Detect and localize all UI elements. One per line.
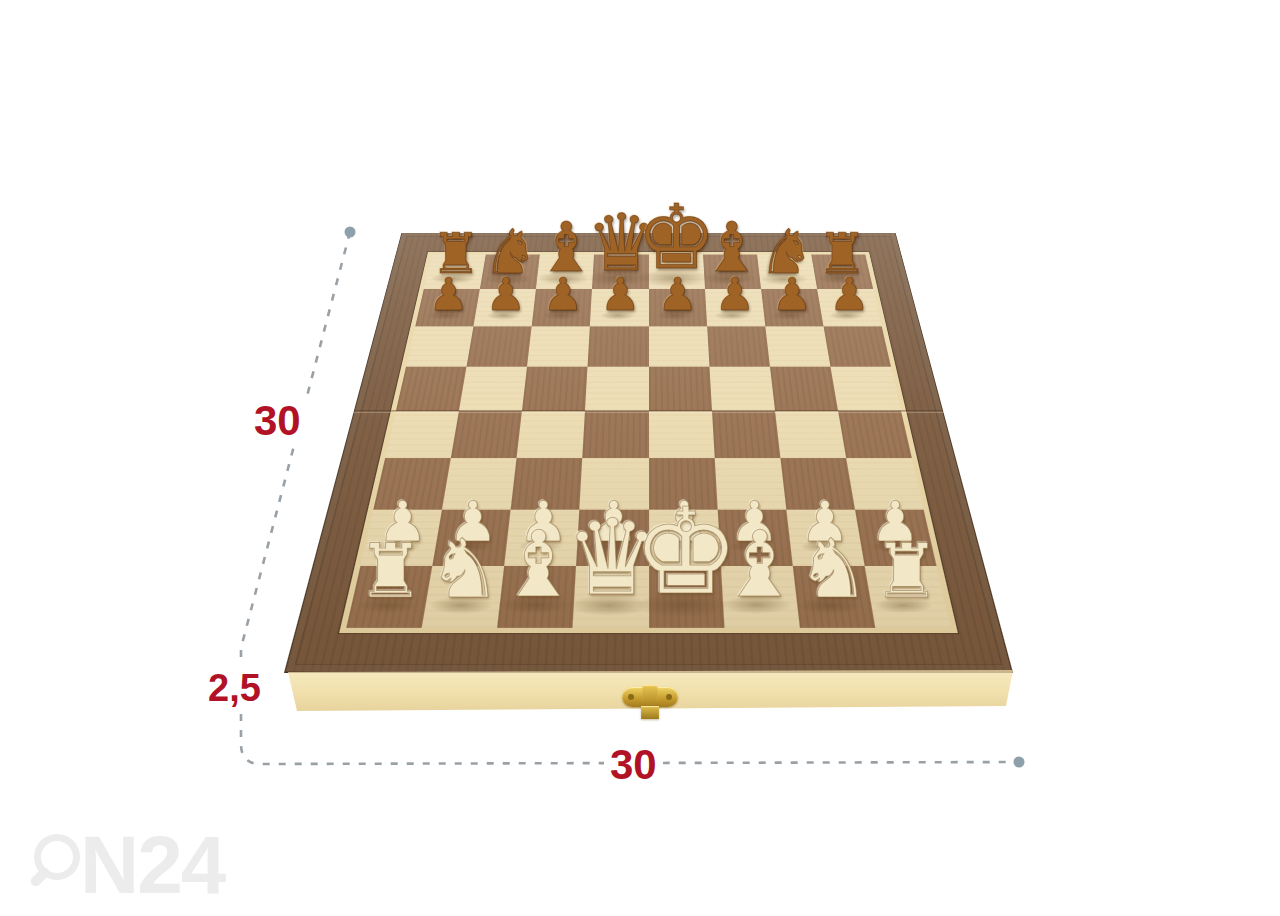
square-g7	[761, 289, 824, 326]
square-f2	[717, 509, 792, 565]
board-3d-wrapper	[354, 116, 943, 705]
square-h7	[817, 289, 882, 326]
square-c4	[517, 411, 586, 458]
clasp-latch-tab	[641, 706, 659, 719]
dimension-label-thickness: 2,5	[202, 666, 267, 711]
square-e5	[649, 367, 712, 411]
square-h4	[838, 411, 912, 458]
square-c5	[522, 367, 588, 411]
dimension-dot	[1014, 757, 1025, 768]
square-c6	[527, 327, 590, 367]
watermark-text: N24	[80, 818, 224, 912]
square-a7	[415, 289, 480, 326]
square-f8	[703, 255, 761, 290]
square-f4	[712, 411, 781, 458]
square-f1	[721, 566, 800, 628]
square-h3	[846, 458, 924, 510]
square-b3	[442, 458, 517, 510]
square-a1	[346, 566, 432, 628]
square-c8	[536, 255, 594, 290]
square-b4	[451, 411, 522, 458]
square-f7	[705, 289, 765, 326]
square-b5	[459, 367, 527, 411]
square-g5	[770, 367, 838, 411]
square-b7	[474, 289, 537, 326]
square-g6	[765, 327, 830, 367]
square-h2	[855, 509, 937, 565]
square-a4	[385, 411, 459, 458]
dimension-label-depth: 30	[248, 396, 307, 446]
square-h1	[865, 566, 951, 628]
product-photo: ♜♞♝♛♚♝♞♜♟♟♟♟♟♟♟♟♟♟♟♟♟♟♟♟♜♞♝♛♚♝♞♜ 30 2,5 …	[0, 0, 1280, 916]
square-a8	[424, 255, 486, 290]
square-a6	[406, 327, 474, 367]
square-e3	[649, 458, 718, 510]
square-h5	[830, 367, 901, 411]
square-e7	[649, 289, 707, 326]
square-g3	[780, 458, 855, 510]
square-c1	[497, 566, 576, 628]
brass-clasp	[622, 684, 678, 720]
board-squares	[339, 252, 958, 633]
square-g8	[757, 255, 817, 290]
square-b2	[432, 509, 510, 565]
square-a5	[396, 367, 467, 411]
square-e6	[649, 327, 710, 367]
watermark-on24: N24	[16, 824, 276, 914]
square-d7	[590, 289, 648, 326]
square-d3	[580, 458, 649, 510]
clasp-screw-icon	[628, 694, 634, 700]
square-h8	[811, 255, 873, 290]
square-g4	[775, 411, 846, 458]
square-b1	[422, 566, 505, 628]
square-e2	[649, 509, 721, 565]
square-a2	[360, 509, 442, 565]
square-d5	[585, 367, 648, 411]
square-c3	[511, 458, 583, 510]
fold-seam	[354, 410, 943, 411]
square-d2	[576, 509, 648, 565]
dimension-label-width: 30	[604, 740, 663, 790]
square-d8	[592, 255, 648, 290]
square-e1	[649, 566, 725, 628]
square-g2	[786, 509, 864, 565]
square-f3	[714, 458, 786, 510]
square-f6	[707, 327, 770, 367]
square-f5	[709, 367, 775, 411]
square-d1	[573, 566, 649, 628]
square-b8	[480, 255, 540, 290]
clasp-knob	[642, 685, 658, 702]
square-h6	[823, 327, 891, 367]
square-b6	[467, 327, 532, 367]
square-e4	[649, 411, 715, 458]
clasp-screw-icon	[666, 694, 672, 700]
square-d4	[583, 411, 649, 458]
square-c7	[532, 289, 592, 326]
square-a3	[373, 458, 451, 510]
square-c2	[504, 509, 579, 565]
square-e8	[649, 255, 705, 290]
square-d6	[588, 327, 649, 367]
chessboard	[284, 233, 1013, 673]
square-g1	[793, 566, 876, 628]
